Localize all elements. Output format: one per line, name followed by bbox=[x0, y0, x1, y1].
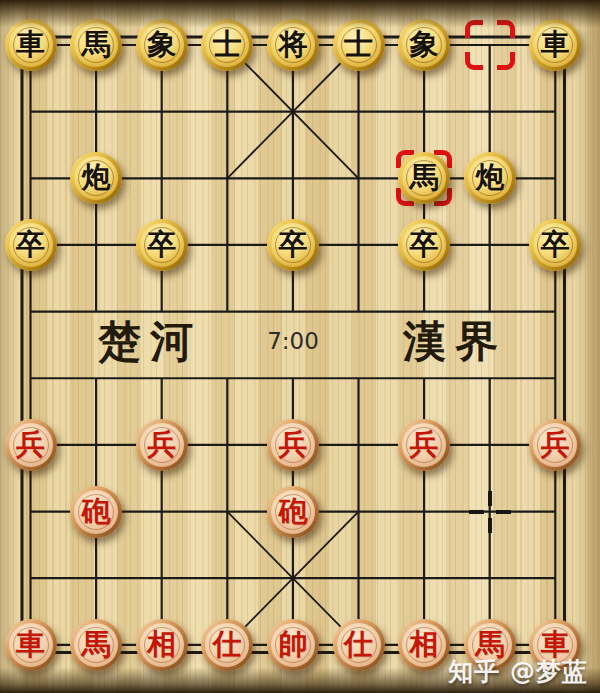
piece-red-soldier[interactable]: 兵 bbox=[5, 419, 57, 471]
piece-character: 卒 bbox=[529, 219, 581, 271]
piece-character: 兵 bbox=[267, 419, 319, 471]
piece-character: 卒 bbox=[398, 219, 450, 271]
piece-character: 馬 bbox=[464, 619, 516, 671]
piece-character: 士 bbox=[333, 19, 385, 71]
piece-black-advisor[interactable]: 士 bbox=[201, 19, 253, 71]
piece-red-chariot[interactable]: 車 bbox=[529, 619, 581, 671]
piece-red-advisor[interactable]: 仕 bbox=[201, 619, 253, 671]
piece-red-advisor[interactable]: 仕 bbox=[333, 619, 385, 671]
piece-character: 兵 bbox=[398, 419, 450, 471]
piece-black-soldier[interactable]: 卒 bbox=[267, 219, 319, 271]
piece-character: 士 bbox=[201, 19, 253, 71]
piece-black-soldier[interactable]: 卒 bbox=[136, 219, 188, 271]
piece-character: 馬 bbox=[398, 152, 450, 204]
piece-black-soldier[interactable]: 卒 bbox=[529, 219, 581, 271]
piece-red-cannon[interactable]: 砲 bbox=[267, 486, 319, 538]
piece-black-cannon[interactable]: 炮 bbox=[70, 152, 122, 204]
piece-character: 相 bbox=[398, 619, 450, 671]
piece-character: 砲 bbox=[267, 486, 319, 538]
piece-red-chariot[interactable]: 車 bbox=[5, 619, 57, 671]
piece-red-cannon[interactable]: 砲 bbox=[70, 486, 122, 538]
piece-black-soldier[interactable]: 卒 bbox=[398, 219, 450, 271]
piece-character: 兵 bbox=[5, 419, 57, 471]
piece-character: 兵 bbox=[136, 419, 188, 471]
piece-red-soldier[interactable]: 兵 bbox=[267, 419, 319, 471]
piece-character: 象 bbox=[136, 19, 188, 71]
piece-black-advisor[interactable]: 士 bbox=[333, 19, 385, 71]
xiangqi-board[interactable]: 楚河 7:00 漢界 車馬象士将士象車炮馬炮卒卒卒卒卒兵兵兵兵兵砲砲車馬相仕帥仕… bbox=[0, 0, 600, 693]
piece-red-soldier[interactable]: 兵 bbox=[136, 419, 188, 471]
piece-black-general[interactable]: 将 bbox=[267, 19, 319, 71]
piece-black-soldier[interactable]: 卒 bbox=[5, 219, 57, 271]
piece-character: 車 bbox=[5, 19, 57, 71]
piece-character: 砲 bbox=[70, 486, 122, 538]
piece-character: 卒 bbox=[5, 219, 57, 271]
piece-red-horse[interactable]: 馬 bbox=[464, 619, 516, 671]
piece-character: 車 bbox=[529, 619, 581, 671]
piece-character: 炮 bbox=[464, 152, 516, 204]
piece-character: 車 bbox=[5, 619, 57, 671]
piece-character: 炮 bbox=[70, 152, 122, 204]
piece-red-horse[interactable]: 馬 bbox=[70, 619, 122, 671]
piece-black-chariot[interactable]: 車 bbox=[529, 19, 581, 71]
piece-red-general[interactable]: 帥 bbox=[267, 619, 319, 671]
piece-character: 兵 bbox=[529, 419, 581, 471]
river-label-right: 漢界 bbox=[403, 313, 507, 371]
river-label-left: 楚河 bbox=[98, 313, 202, 371]
piece-red-soldier[interactable]: 兵 bbox=[398, 419, 450, 471]
piece-black-horse[interactable]: 馬 bbox=[70, 19, 122, 71]
piece-black-chariot[interactable]: 車 bbox=[5, 19, 57, 71]
piece-character: 帥 bbox=[267, 619, 319, 671]
piece-character: 卒 bbox=[267, 219, 319, 271]
piece-character: 馬 bbox=[70, 619, 122, 671]
piece-red-elephant[interactable]: 相 bbox=[398, 619, 450, 671]
piece-red-elephant[interactable]: 相 bbox=[136, 619, 188, 671]
piece-character: 象 bbox=[398, 19, 450, 71]
piece-black-cannon[interactable]: 炮 bbox=[464, 152, 516, 204]
piece-red-soldier[interactable]: 兵 bbox=[529, 419, 581, 471]
piece-character: 仕 bbox=[333, 619, 385, 671]
piece-character: 相 bbox=[136, 619, 188, 671]
piece-character: 将 bbox=[267, 19, 319, 71]
piece-character: 車 bbox=[529, 19, 581, 71]
piece-black-horse[interactable]: 馬 bbox=[398, 152, 450, 204]
game-timer: 7:00 bbox=[267, 328, 319, 354]
piece-black-elephant[interactable]: 象 bbox=[136, 19, 188, 71]
piece-character: 仕 bbox=[201, 619, 253, 671]
piece-character: 馬 bbox=[70, 19, 122, 71]
piece-black-elephant[interactable]: 象 bbox=[398, 19, 450, 71]
piece-character: 卒 bbox=[136, 219, 188, 271]
